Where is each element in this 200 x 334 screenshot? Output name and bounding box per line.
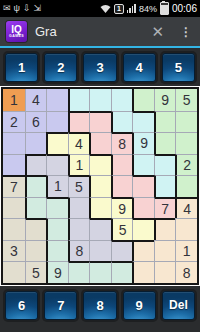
app-bar: IQ GAMES Gra ✕ ⋮ — [0, 17, 200, 48]
sudoku-cell-r7c4[interactable] — [89, 240, 111, 262]
sim-badge: 1 — [114, 4, 124, 14]
sudoku-cell-r6c4[interactable] — [89, 218, 111, 240]
sudoku-cell-r1c6[interactable] — [132, 111, 154, 133]
sudoku-cell-r0c5[interactable] — [111, 89, 133, 111]
sudoku-cell-r8c4[interactable] — [89, 261, 111, 283]
sudoku-cell-r3c3[interactable]: 1 — [68, 154, 90, 176]
cell-digit: 2 — [183, 157, 191, 173]
cell-digit: 9 — [118, 201, 126, 217]
cell-digit: 5 — [32, 265, 40, 281]
sudoku-cell-r4c0[interactable]: 7 — [3, 175, 25, 197]
sudoku-cell-r0c6[interactable] — [132, 89, 154, 111]
board-area: 149526489127159745381598 — [0, 86, 200, 286]
envelope-icon: ✉ — [3, 4, 11, 13]
sudoku-cell-r6c0[interactable] — [3, 218, 25, 240]
battery-percent: 84% — [139, 4, 157, 14]
sudoku-cell-r0c3[interactable] — [68, 89, 90, 111]
keypad-bottom: 6789Del — [0, 286, 200, 332]
sudoku-cell-r6c7[interactable] — [154, 218, 176, 240]
sudoku-cell-r7c7[interactable] — [154, 240, 176, 262]
cell-digit: 4 — [32, 92, 40, 108]
sudoku-cell-r7c2[interactable] — [46, 240, 68, 262]
sudoku-cell-r8c3[interactable] — [68, 261, 90, 283]
edit-icon: ⇲ — [34, 4, 42, 13]
sudoku-cell-r8c6[interactable] — [132, 261, 154, 283]
key-5[interactable]: 5 — [162, 53, 195, 82]
sudoku-cell-r4c1[interactable] — [25, 175, 47, 197]
sudoku-cell-r1c4[interactable] — [89, 111, 111, 133]
sudoku-cell-r0c8[interactable]: 5 — [175, 89, 197, 111]
status-right: 1 84% 00:06 — [100, 2, 197, 15]
cell-digit: 8 — [118, 136, 126, 152]
cell-digit: 1 — [54, 178, 62, 194]
key-3[interactable]: 3 — [83, 53, 116, 82]
sudoku-cell-r5c8[interactable]: 4 — [175, 197, 197, 219]
battery-icon — [160, 2, 169, 15]
sudoku-cell-r6c5[interactable]: 5 — [111, 218, 133, 240]
sudoku-cell-r4c6[interactable] — [132, 175, 154, 197]
key-6[interactable]: 6 — [5, 291, 38, 320]
page-title: Gra — [35, 24, 141, 39]
sudoku-cell-r5c7[interactable]: 7 — [154, 197, 176, 219]
sudoku-cell-r5c3[interactable] — [68, 197, 90, 219]
sudoku-cell-r8c7[interactable] — [154, 261, 176, 283]
sudoku-cell-r6c3[interactable] — [68, 218, 90, 240]
cell-digit: 5 — [183, 92, 191, 108]
sudoku-cell-r3c1[interactable] — [25, 154, 47, 176]
sudoku-cell-r4c5[interactable] — [111, 175, 133, 197]
download-icon: ⇩ — [23, 4, 31, 13]
sudoku-cell-r5c2[interactable] — [46, 197, 68, 219]
sudoku-cell-r6c1[interactable] — [25, 218, 47, 240]
sudoku-cell-r3c5[interactable] — [111, 154, 133, 176]
key-del[interactable]: Del — [162, 291, 195, 320]
sudoku-board: 149526489127159745381598 — [1, 87, 199, 285]
sudoku-cell-r0c4[interactable] — [89, 89, 111, 111]
status-bar: ✉ ψ ⇩ ⇲ 1 84% 00:06 — [0, 0, 200, 17]
sudoku-cell-r8c5[interactable] — [111, 261, 133, 283]
sudoku-cell-r5c4[interactable] — [89, 197, 111, 219]
cell-digit: 4 — [75, 136, 83, 152]
sudoku-cell-r7c0[interactable]: 3 — [3, 240, 25, 262]
cell-digit: 9 — [161, 92, 169, 108]
sudoku-cell-r5c5[interactable]: 9 — [111, 197, 133, 219]
sudoku-cell-r3c6[interactable] — [132, 154, 154, 176]
sudoku-cell-r7c5[interactable] — [111, 240, 133, 262]
sudoku-cell-r8c0[interactable] — [3, 261, 25, 283]
cell-digit: 7 — [10, 179, 18, 195]
app-logo-icon: IQ GAMES — [6, 21, 27, 42]
sudoku-cell-r8c2[interactable]: 9 — [46, 261, 68, 283]
sudoku-cell-r1c2[interactable] — [46, 111, 68, 133]
key-4[interactable]: 4 — [123, 53, 156, 82]
sudoku-cell-r2c5[interactable]: 8 — [111, 132, 133, 154]
sudoku-cell-r6c2[interactable] — [46, 218, 68, 240]
sudoku-cell-r6c6[interactable] — [132, 218, 154, 240]
sudoku-cell-r2c3[interactable]: 4 — [68, 132, 90, 154]
sudoku-cell-r1c5[interactable] — [111, 111, 133, 133]
sudoku-cell-r1c7[interactable] — [154, 111, 176, 133]
sudoku-cell-r7c8[interactable]: 1 — [175, 240, 197, 262]
sudoku-cell-r5c1[interactable] — [25, 197, 47, 219]
close-icon[interactable]: ✕ — [141, 20, 174, 43]
cell-digit: 5 — [119, 222, 127, 238]
signal-bars-icon — [127, 4, 136, 13]
cell-digit: 1 — [76, 157, 84, 173]
app-logo-text: IQ — [11, 25, 22, 35]
cell-digit: 7 — [161, 201, 169, 217]
cell-digit: 1 — [10, 92, 18, 108]
sudoku-cell-r0c1[interactable]: 4 — [25, 89, 47, 111]
sudoku-cell-r3c8[interactable]: 2 — [175, 154, 197, 176]
sudoku-cell-r1c1[interactable]: 6 — [25, 111, 47, 133]
cell-digit: 8 — [76, 243, 84, 259]
cell-digit: 9 — [54, 265, 62, 281]
key-2[interactable]: 2 — [44, 53, 77, 82]
sudoku-cell-r4c7[interactable] — [154, 175, 176, 197]
sudoku-cell-r3c2[interactable] — [46, 154, 68, 176]
sudoku-cell-r4c3[interactable]: 5 — [68, 175, 90, 197]
sudoku-cell-r5c6[interactable] — [132, 197, 154, 219]
usb-icon: ψ — [14, 4, 20, 13]
status-left-icons: ✉ ψ ⇩ ⇲ — [3, 4, 97, 13]
sudoku-cell-r3c7[interactable] — [154, 154, 176, 176]
sudoku-cell-r7c1[interactable] — [25, 240, 47, 262]
cell-digit: 4 — [183, 201, 191, 217]
sudoku-cell-r0c0[interactable]: 1 — [3, 89, 25, 111]
sudoku-cell-r7c6[interactable] — [132, 240, 154, 262]
key-8[interactable]: 8 — [83, 291, 116, 320]
sudoku-cell-r6c8[interactable] — [175, 218, 197, 240]
cell-digit: 8 — [183, 265, 191, 281]
sudoku-cell-r2c1[interactable] — [25, 132, 47, 154]
cell-digit: 1 — [183, 243, 191, 259]
sudoku-cell-r8c1[interactable]: 5 — [25, 261, 47, 283]
sudoku-cell-r1c0[interactable]: 2 — [3, 111, 25, 133]
sudoku-cell-r8c8[interactable]: 8 — [175, 261, 197, 283]
cell-digit: 9 — [140, 135, 148, 151]
wifi-icon — [100, 4, 111, 13]
sudoku-cell-r4c4[interactable] — [89, 175, 111, 197]
cell-digit: 2 — [10, 114, 18, 130]
overflow-menu-icon[interactable]: ⋮ — [174, 22, 194, 42]
cell-digit: 3 — [10, 243, 18, 259]
sudoku-cell-r2c4[interactable] — [89, 132, 111, 154]
sudoku-cell-r2c6[interactable]: 9 — [132, 132, 154, 154]
key-1[interactable]: 1 — [5, 53, 38, 82]
sudoku-cell-r5c0[interactable] — [3, 197, 25, 219]
key-9[interactable]: 9 — [123, 291, 156, 320]
sudoku-cell-r0c7[interactable]: 9 — [154, 89, 176, 111]
sudoku-cell-r4c2[interactable]: 1 — [46, 175, 68, 197]
sudoku-cell-r3c0[interactable] — [3, 154, 25, 176]
sudoku-cell-r7c3[interactable]: 8 — [68, 240, 90, 262]
sudoku-cell-r2c8[interactable] — [175, 132, 197, 154]
cell-digit: 5 — [75, 179, 83, 195]
sudoku-cell-r2c7[interactable] — [154, 132, 176, 154]
cell-digit: 6 — [32, 114, 40, 130]
sudoku-cell-r2c0[interactable] — [3, 132, 25, 154]
keypad-top: 12345 — [0, 48, 200, 86]
key-7[interactable]: 7 — [44, 291, 77, 320]
sudoku-cell-r1c8[interactable] — [175, 111, 197, 133]
sudoku-cell-r2c2[interactable] — [46, 132, 68, 154]
sudoku-cell-r3c4[interactable] — [89, 154, 111, 176]
sudoku-cell-r4c8[interactable] — [175, 175, 197, 197]
sudoku-cell-r1c3[interactable] — [68, 111, 90, 133]
sudoku-cell-r0c2[interactable] — [46, 89, 68, 111]
app-logo-subtext: GAMES — [9, 35, 24, 39]
clock: 00:06 — [172, 3, 197, 14]
